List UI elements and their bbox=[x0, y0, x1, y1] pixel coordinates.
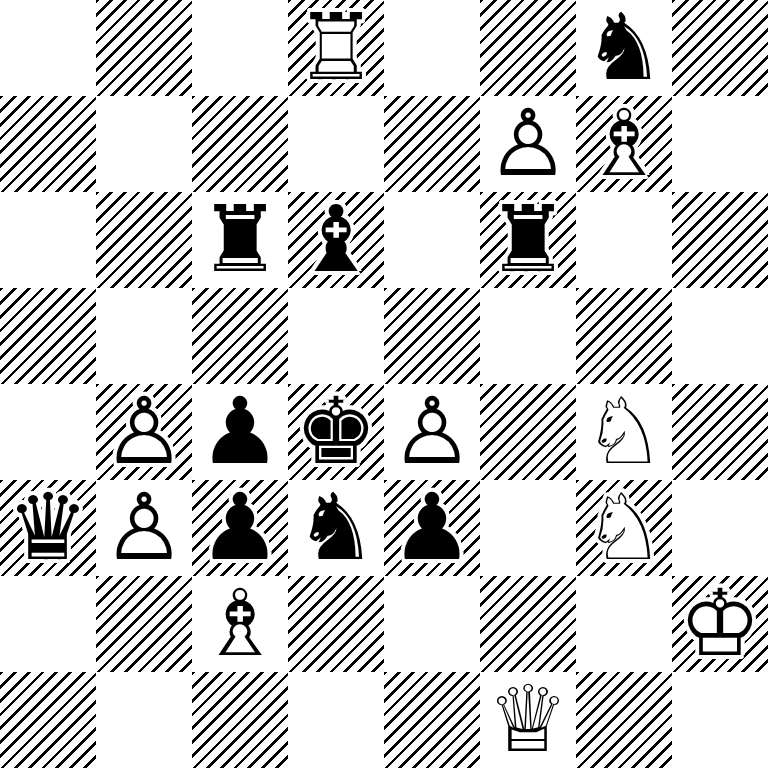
square-f4[interactable] bbox=[480, 384, 576, 480]
square-c3[interactable]: ♟♟ bbox=[192, 480, 288, 576]
square-a8[interactable] bbox=[0, 0, 96, 96]
square-e5[interactable] bbox=[384, 288, 480, 384]
black-pawn-icon: ♟♟ bbox=[384, 480, 480, 576]
square-e8[interactable] bbox=[384, 0, 480, 96]
chess-board: ♜♖♞♞♟♙♝♗♜♜♝♝♜♜♟♙♟♟♚♚♟♙♞♘♛♛♟♙♟♟♞♞♟♟♞♘♝♗♚♔… bbox=[0, 0, 768, 768]
square-d5[interactable] bbox=[288, 288, 384, 384]
square-a6[interactable] bbox=[0, 192, 96, 288]
square-f3[interactable] bbox=[480, 480, 576, 576]
square-d8[interactable]: ♜♖ bbox=[288, 0, 384, 96]
square-b4[interactable]: ♟♙ bbox=[96, 384, 192, 480]
square-b1[interactable] bbox=[96, 672, 192, 768]
square-e4[interactable]: ♟♙ bbox=[384, 384, 480, 480]
square-b3[interactable]: ♟♙ bbox=[96, 480, 192, 576]
square-h6[interactable] bbox=[672, 192, 768, 288]
black-queen-icon: ♛♛ bbox=[0, 480, 96, 576]
black-rook-icon: ♜♜ bbox=[480, 192, 576, 288]
square-a1[interactable] bbox=[0, 672, 96, 768]
square-d4[interactable]: ♚♚ bbox=[288, 384, 384, 480]
white-rook-icon: ♜♖ bbox=[288, 0, 384, 96]
square-h5[interactable] bbox=[672, 288, 768, 384]
square-c1[interactable] bbox=[192, 672, 288, 768]
white-queen-icon: ♛♕ bbox=[480, 672, 576, 768]
square-c5[interactable] bbox=[192, 288, 288, 384]
square-f8[interactable] bbox=[480, 0, 576, 96]
black-pawn-icon: ♟♟ bbox=[192, 480, 288, 576]
square-a4[interactable] bbox=[0, 384, 96, 480]
square-d3[interactable]: ♞♞ bbox=[288, 480, 384, 576]
square-g4[interactable]: ♞♘ bbox=[576, 384, 672, 480]
square-f1[interactable]: ♛♕ bbox=[480, 672, 576, 768]
square-g2[interactable] bbox=[576, 576, 672, 672]
black-rook-icon: ♜♜ bbox=[192, 192, 288, 288]
square-g5[interactable] bbox=[576, 288, 672, 384]
square-g7[interactable]: ♝♗ bbox=[576, 96, 672, 192]
square-d7[interactable] bbox=[288, 96, 384, 192]
square-e1[interactable] bbox=[384, 672, 480, 768]
black-bishop-icon: ♝♝ bbox=[288, 192, 384, 288]
white-knight-icon: ♞♘ bbox=[576, 480, 672, 576]
black-pawn-icon: ♟♟ bbox=[192, 384, 288, 480]
white-pawn-icon: ♟♙ bbox=[96, 384, 192, 480]
square-e2[interactable] bbox=[384, 576, 480, 672]
square-f7[interactable]: ♟♙ bbox=[480, 96, 576, 192]
square-e3[interactable]: ♟♟ bbox=[384, 480, 480, 576]
square-a5[interactable] bbox=[0, 288, 96, 384]
square-h8[interactable] bbox=[672, 0, 768, 96]
square-h4[interactable] bbox=[672, 384, 768, 480]
square-h1[interactable] bbox=[672, 672, 768, 768]
square-e7[interactable] bbox=[384, 96, 480, 192]
square-c8[interactable] bbox=[192, 0, 288, 96]
white-knight-icon: ♞♘ bbox=[576, 384, 672, 480]
white-pawn-icon: ♟♙ bbox=[480, 96, 576, 192]
square-d1[interactable] bbox=[288, 672, 384, 768]
square-h3[interactable] bbox=[672, 480, 768, 576]
white-bishop-icon: ♝♗ bbox=[192, 576, 288, 672]
black-knight-icon: ♞♞ bbox=[288, 480, 384, 576]
square-f2[interactable] bbox=[480, 576, 576, 672]
square-b7[interactable] bbox=[96, 96, 192, 192]
square-g6[interactable] bbox=[576, 192, 672, 288]
black-knight-icon: ♞♞ bbox=[576, 0, 672, 96]
square-c2[interactable]: ♝♗ bbox=[192, 576, 288, 672]
square-c4[interactable]: ♟♟ bbox=[192, 384, 288, 480]
square-h2[interactable]: ♚♔ bbox=[672, 576, 768, 672]
square-g8[interactable]: ♞♞ bbox=[576, 0, 672, 96]
square-d2[interactable] bbox=[288, 576, 384, 672]
square-f6[interactable]: ♜♜ bbox=[480, 192, 576, 288]
square-d6[interactable]: ♝♝ bbox=[288, 192, 384, 288]
square-b2[interactable] bbox=[96, 576, 192, 672]
black-king-icon: ♚♚ bbox=[288, 384, 384, 480]
square-c6[interactable]: ♜♜ bbox=[192, 192, 288, 288]
square-b6[interactable] bbox=[96, 192, 192, 288]
square-g3[interactable]: ♞♘ bbox=[576, 480, 672, 576]
square-f5[interactable] bbox=[480, 288, 576, 384]
square-a3[interactable]: ♛♛ bbox=[0, 480, 96, 576]
square-e6[interactable] bbox=[384, 192, 480, 288]
square-h7[interactable] bbox=[672, 96, 768, 192]
white-king-icon: ♚♔ bbox=[672, 576, 768, 672]
white-pawn-icon: ♟♙ bbox=[96, 480, 192, 576]
white-pawn-icon: ♟♙ bbox=[384, 384, 480, 480]
square-a7[interactable] bbox=[0, 96, 96, 192]
square-a2[interactable] bbox=[0, 576, 96, 672]
square-g1[interactable] bbox=[576, 672, 672, 768]
white-bishop-icon: ♝♗ bbox=[576, 96, 672, 192]
square-c7[interactable] bbox=[192, 96, 288, 192]
square-b8[interactable] bbox=[96, 0, 192, 96]
square-b5[interactable] bbox=[96, 288, 192, 384]
